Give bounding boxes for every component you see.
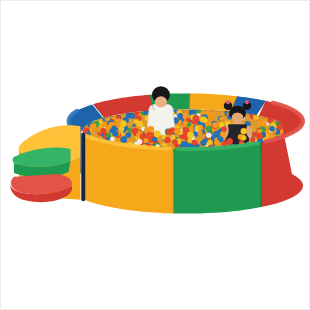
bottom-step <box>10 174 72 202</box>
ring-segment-right-red <box>259 101 303 207</box>
ring-segment-front-green <box>174 142 262 213</box>
ball-pit-scene <box>1 1 309 309</box>
foam-steps <box>10 125 81 202</box>
product-photo <box>0 0 310 310</box>
